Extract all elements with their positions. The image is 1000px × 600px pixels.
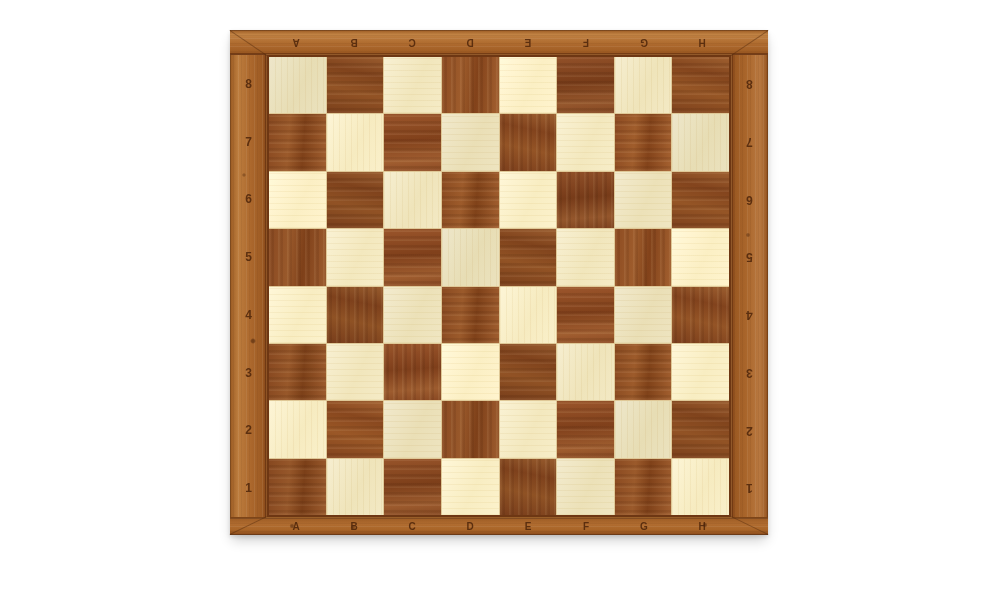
square-b8[interactable] — [327, 57, 384, 113]
square-f1[interactable] — [557, 459, 614, 515]
square-h8[interactable] — [672, 57, 729, 113]
square-e3[interactable] — [500, 344, 557, 400]
square-h4[interactable] — [672, 287, 729, 343]
square-g2[interactable] — [615, 401, 672, 457]
square-g8[interactable] — [615, 57, 672, 113]
square-d1[interactable] — [442, 459, 499, 515]
square-d8[interactable] — [442, 57, 499, 113]
rank-label-left-6: 6 — [230, 171, 267, 229]
square-a1[interactable] — [269, 459, 326, 515]
rank-label-left-3: 3 — [230, 344, 267, 402]
square-h2[interactable] — [672, 401, 729, 457]
square-b5[interactable] — [327, 229, 384, 285]
square-g4[interactable] — [615, 287, 672, 343]
square-b1[interactable] — [327, 459, 384, 515]
square-d4[interactable] — [442, 287, 499, 343]
square-c5[interactable] — [384, 229, 441, 285]
rank-label-right-4: 4 — [731, 286, 768, 344]
square-g3[interactable] — [615, 344, 672, 400]
file-labels-top: ABCDEFGH — [267, 30, 731, 55]
rank-labels-left: 87654321 — [230, 55, 267, 517]
square-h6[interactable] — [672, 172, 729, 228]
file-label-top-d: D — [441, 30, 499, 55]
square-d7[interactable] — [442, 114, 499, 170]
square-e1[interactable] — [500, 459, 557, 515]
file-label-bottom-e: E — [499, 517, 557, 535]
square-e8[interactable] — [500, 57, 557, 113]
file-label-top-a: A — [267, 30, 325, 55]
square-d5[interactable] — [442, 229, 499, 285]
square-f6[interactable] — [557, 172, 614, 228]
playing-field — [267, 55, 731, 517]
square-b7[interactable] — [327, 114, 384, 170]
square-c2[interactable] — [384, 401, 441, 457]
rank-label-left-2: 2 — [230, 402, 267, 460]
photo-background: ABCDEFGH ABCDEFGH 87654321 87654321 — [0, 0, 1000, 600]
square-f3[interactable] — [557, 344, 614, 400]
square-a3[interactable] — [269, 344, 326, 400]
file-label-top-c: C — [383, 30, 441, 55]
square-e7[interactable] — [500, 114, 557, 170]
file-label-top-h: H — [673, 30, 731, 55]
rank-label-left-1: 1 — [230, 459, 267, 517]
file-label-bottom-b: B — [325, 517, 383, 535]
square-a6[interactable] — [269, 172, 326, 228]
square-f7[interactable] — [557, 114, 614, 170]
rank-label-right-2: 2 — [731, 402, 768, 460]
rank-label-right-7: 7 — [731, 113, 768, 171]
square-a5[interactable] — [269, 229, 326, 285]
square-h7[interactable] — [672, 114, 729, 170]
square-b4[interactable] — [327, 287, 384, 343]
square-f8[interactable] — [557, 57, 614, 113]
square-a2[interactable] — [269, 401, 326, 457]
square-e4[interactable] — [500, 287, 557, 343]
rank-label-right-5: 5 — [731, 228, 768, 286]
square-a8[interactable] — [269, 57, 326, 113]
square-f5[interactable] — [557, 229, 614, 285]
square-h1[interactable] — [672, 459, 729, 515]
file-labels-bottom: ABCDEFGH — [267, 517, 731, 535]
rank-label-right-3: 3 — [731, 344, 768, 402]
square-a7[interactable] — [269, 114, 326, 170]
file-label-bottom-f: F — [557, 517, 615, 535]
square-d6[interactable] — [442, 172, 499, 228]
rank-label-left-8: 8 — [230, 55, 267, 113]
square-f4[interactable] — [557, 287, 614, 343]
square-h5[interactable] — [672, 229, 729, 285]
rank-label-right-6: 6 — [731, 171, 768, 229]
file-label-top-b: B — [325, 30, 383, 55]
rank-label-right-1: 1 — [731, 459, 768, 517]
square-b3[interactable] — [327, 344, 384, 400]
square-c4[interactable] — [384, 287, 441, 343]
square-e5[interactable] — [500, 229, 557, 285]
square-g6[interactable] — [615, 172, 672, 228]
square-a4[interactable] — [269, 287, 326, 343]
square-g5[interactable] — [615, 229, 672, 285]
square-b6[interactable] — [327, 172, 384, 228]
square-e6[interactable] — [500, 172, 557, 228]
rank-label-right-8: 8 — [731, 55, 768, 113]
square-c6[interactable] — [384, 172, 441, 228]
square-h3[interactable] — [672, 344, 729, 400]
file-label-top-f: F — [557, 30, 615, 55]
file-label-bottom-g: G — [615, 517, 673, 535]
square-c3[interactable] — [384, 344, 441, 400]
square-c1[interactable] — [384, 459, 441, 515]
square-c7[interactable] — [384, 114, 441, 170]
square-f2[interactable] — [557, 401, 614, 457]
file-label-bottom-h: H — [673, 517, 731, 535]
square-g1[interactable] — [615, 459, 672, 515]
rank-label-left-5: 5 — [230, 228, 267, 286]
square-d3[interactable] — [442, 344, 499, 400]
file-label-top-g: G — [615, 30, 673, 55]
file-label-bottom-c: C — [383, 517, 441, 535]
square-c8[interactable] — [384, 57, 441, 113]
chess-board: ABCDEFGH ABCDEFGH 87654321 87654321 — [230, 30, 768, 535]
squares-grid — [269, 57, 729, 515]
rank-label-left-4: 4 — [230, 286, 267, 344]
square-e2[interactable] — [500, 401, 557, 457]
square-g7[interactable] — [615, 114, 672, 170]
file-label-bottom-d: D — [441, 517, 499, 535]
square-d2[interactable] — [442, 401, 499, 457]
file-label-bottom-a: A — [267, 517, 325, 535]
file-label-top-e: E — [499, 30, 557, 55]
rank-label-left-7: 7 — [230, 113, 267, 171]
rank-labels-right: 87654321 — [731, 55, 768, 517]
square-b2[interactable] — [327, 401, 384, 457]
